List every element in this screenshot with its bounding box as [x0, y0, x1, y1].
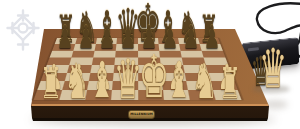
square-c4	[91, 65, 115, 73]
square-b4	[67, 65, 92, 73]
square-h1	[213, 90, 242, 100]
square-d2	[112, 81, 137, 90]
chess-board-grid	[34, 38, 242, 100]
square-g4	[183, 65, 208, 73]
square-e6	[138, 51, 160, 58]
square-d3	[113, 73, 137, 81]
square-h5	[203, 58, 228, 65]
square-a3	[41, 73, 68, 81]
square-h4	[206, 65, 232, 73]
square-e4	[138, 65, 161, 73]
board-surface	[57, 38, 218, 129]
square-h6	[201, 51, 225, 58]
square-d5	[115, 58, 138, 65]
square-a2	[37, 81, 65, 90]
square-b2	[62, 81, 89, 90]
square-b1	[60, 90, 88, 100]
square-f2	[162, 81, 188, 90]
square-g5	[181, 58, 205, 65]
square-a4	[44, 65, 70, 73]
square-f3	[161, 73, 186, 81]
square-g2	[186, 81, 213, 90]
square-f6	[159, 51, 182, 58]
square-h2	[210, 81, 238, 90]
spare-white-queen: ♛	[259, 42, 287, 96]
product-photo-scene: MILLENNIUM ♜♞♝♛♚♝♞♜♟♟♟♟♟♟♟♟♟♟♟♟♟♟♟♟♜♞♝♛♚…	[0, 0, 300, 129]
square-a6	[50, 51, 74, 58]
square-h3	[208, 73, 235, 81]
square-b3	[65, 73, 91, 81]
square-d6	[116, 51, 138, 58]
square-f1	[163, 90, 190, 100]
square-g3	[184, 73, 210, 81]
square-g1	[188, 90, 216, 100]
square-e5	[138, 58, 161, 65]
square-e3	[138, 73, 162, 81]
square-g6	[180, 51, 203, 58]
square-c1	[86, 90, 113, 100]
square-e1	[138, 90, 164, 100]
square-a5	[47, 58, 72, 65]
square-f4	[160, 65, 184, 73]
square-f5	[159, 58, 182, 65]
square-c3	[89, 73, 114, 81]
square-d1	[112, 90, 138, 100]
square-a1	[34, 90, 63, 100]
cable-loop	[257, 3, 300, 33]
square-b5	[69, 58, 93, 65]
square-b6	[72, 51, 95, 58]
square-d4	[114, 65, 137, 73]
square-c2	[87, 81, 113, 90]
square-c5	[92, 58, 115, 65]
square-e2	[138, 81, 163, 90]
square-c6	[94, 51, 117, 58]
